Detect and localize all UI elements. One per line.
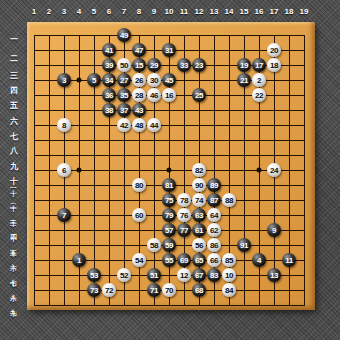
stone-white-28[interactable]: 28 — [132, 88, 146, 102]
stone-black-68[interactable]: 68 — [192, 283, 206, 297]
coord-top-15: 15 — [240, 7, 249, 16]
stone-white-42[interactable]: 42 — [117, 118, 131, 132]
stone-black-79[interactable]: 79 — [162, 208, 176, 222]
stone-black-43[interactable]: 43 — [132, 103, 146, 117]
coord-top-11: 11 — [180, 7, 188, 16]
coord-top-13: 13 — [210, 7, 219, 16]
stone-black-4[interactable]: 4 — [252, 253, 266, 267]
stone-white-62[interactable]: 62 — [207, 223, 221, 237]
stone-black-1[interactable]: 1 — [72, 253, 86, 267]
coord-top-8: 8 — [137, 7, 141, 16]
stone-black-45[interactable]: 45 — [162, 73, 176, 87]
stone-black-59[interactable]: 59 — [162, 238, 176, 252]
stone-black-57[interactable]: 57 — [162, 223, 176, 237]
stone-white-74[interactable]: 74 — [192, 193, 206, 207]
stone-black-25[interactable]: 25 — [192, 88, 206, 102]
coord-top-18: 18 — [285, 7, 294, 16]
stone-white-56[interactable]: 56 — [192, 238, 206, 252]
goban[interactable]: 4941473120395015293323191718353427263045… — [27, 22, 315, 310]
stone-black-17[interactable]: 17 — [252, 58, 266, 72]
stone-white-18[interactable]: 18 — [267, 58, 281, 72]
coord-top-10: 10 — [165, 7, 174, 16]
stone-white-64[interactable]: 64 — [207, 208, 221, 222]
stone-black-5[interactable]: 5 — [87, 73, 101, 87]
stone-black-19[interactable]: 19 — [237, 58, 251, 72]
stone-black-35[interactable]: 35 — [117, 88, 131, 102]
stone-white-2[interactable]: 2 — [252, 73, 266, 87]
stone-white-52[interactable]: 52 — [117, 268, 131, 282]
coord-top-19: 19 — [300, 7, 309, 16]
coord-top-12: 12 — [195, 7, 204, 16]
stone-white-6[interactable]: 6 — [57, 163, 71, 177]
stone-white-20[interactable]: 20 — [267, 43, 281, 57]
stone-white-10[interactable]: 10 — [222, 268, 236, 282]
stone-white-86[interactable]: 86 — [207, 238, 221, 252]
stone-black-47[interactable]: 47 — [132, 43, 146, 57]
stone-white-24[interactable]: 24 — [267, 163, 281, 177]
stone-black-71[interactable]: 71 — [147, 283, 161, 297]
stone-black-9[interactable]: 9 — [267, 223, 281, 237]
stone-black-38[interactable]: 38 — [102, 103, 116, 117]
stone-black-23[interactable]: 23 — [192, 58, 206, 72]
stone-black-83[interactable]: 83 — [207, 268, 221, 282]
hoshi-point — [257, 168, 262, 173]
stone-white-44[interactable]: 44 — [147, 118, 161, 132]
stone-white-78[interactable]: 78 — [177, 193, 191, 207]
stone-black-33[interactable]: 33 — [177, 58, 191, 72]
stone-black-65[interactable]: 65 — [192, 253, 206, 267]
stone-black-75[interactable]: 75 — [162, 193, 176, 207]
stone-black-21[interactable]: 21 — [237, 73, 251, 87]
coord-top-9: 9 — [152, 7, 156, 16]
stone-black-87[interactable]: 87 — [207, 193, 221, 207]
stone-black-31[interactable]: 31 — [162, 43, 176, 57]
stone-black-51[interactable]: 51 — [147, 268, 161, 282]
stone-black-11[interactable]: 11 — [282, 253, 296, 267]
stone-black-81[interactable]: 81 — [162, 178, 176, 192]
stone-black-29[interactable]: 29 — [147, 58, 161, 72]
stone-black-39[interactable]: 39 — [102, 58, 116, 72]
stone-black-13[interactable]: 13 — [267, 268, 281, 282]
stone-black-61[interactable]: 61 — [192, 223, 206, 237]
stone-black-49[interactable]: 49 — [117, 28, 131, 42]
stone-white-76[interactable]: 76 — [177, 208, 191, 222]
stone-black-34[interactable]: 34 — [102, 73, 116, 87]
stone-white-66[interactable]: 66 — [207, 253, 221, 267]
stone-black-7[interactable]: 7 — [57, 208, 71, 222]
stone-black-67[interactable]: 67 — [192, 268, 206, 282]
coord-top-5: 5 — [92, 7, 96, 16]
stone-white-48[interactable]: 48 — [132, 118, 146, 132]
stone-black-69[interactable]: 69 — [177, 253, 191, 267]
coord-top-7: 7 — [122, 7, 126, 16]
hoshi-point — [77, 168, 82, 173]
kifu-screen: 4941473120395015293323191718353427263045… — [0, 0, 340, 340]
stone-white-26[interactable]: 26 — [132, 73, 146, 87]
coord-top-17: 17 — [270, 7, 279, 16]
stone-white-54[interactable]: 54 — [132, 253, 146, 267]
stone-white-58[interactable]: 58 — [147, 238, 161, 252]
stone-white-82[interactable]: 82 — [192, 163, 206, 177]
stone-white-30[interactable]: 30 — [147, 73, 161, 87]
coord-top-2: 2 — [47, 7, 51, 16]
coord-top-4: 4 — [77, 7, 81, 16]
stone-black-77[interactable]: 77 — [177, 223, 191, 237]
stone-white-60[interactable]: 60 — [132, 208, 146, 222]
stone-white-70[interactable]: 70 — [162, 283, 176, 297]
stone-black-53[interactable]: 53 — [87, 268, 101, 282]
stone-white-22[interactable]: 22 — [252, 88, 266, 102]
stone-black-37[interactable]: 37 — [117, 103, 131, 117]
stone-black-91[interactable]: 91 — [237, 238, 251, 252]
stone-white-90[interactable]: 90 — [192, 178, 206, 192]
coord-top-14: 14 — [225, 7, 234, 16]
stone-black-3[interactable]: 3 — [57, 73, 71, 87]
stone-black-36[interactable]: 36 — [102, 88, 116, 102]
stone-black-27[interactable]: 27 — [117, 73, 131, 87]
stone-white-46[interactable]: 46 — [147, 88, 161, 102]
stone-white-50[interactable]: 50 — [117, 58, 131, 72]
stone-black-41[interactable]: 41 — [102, 43, 116, 57]
hoshi-point — [77, 78, 82, 83]
stone-white-84[interactable]: 84 — [222, 283, 236, 297]
stone-white-80[interactable]: 80 — [132, 178, 146, 192]
coord-top-3: 3 — [62, 7, 66, 16]
coord-top-1: 1 — [32, 7, 36, 16]
stone-black-89[interactable]: 89 — [207, 178, 221, 192]
coord-top-16: 16 — [255, 7, 264, 16]
stone-white-8[interactable]: 8 — [57, 118, 71, 132]
stone-white-85[interactable]: 85 — [222, 253, 236, 267]
stone-white-72[interactable]: 72 — [102, 283, 116, 297]
hoshi-point — [167, 168, 172, 173]
stone-white-12[interactable]: 12 — [177, 268, 191, 282]
stone-white-16[interactable]: 16 — [162, 88, 176, 102]
coord-top-6: 6 — [107, 7, 111, 16]
stone-black-73[interactable]: 73 — [87, 283, 101, 297]
stone-black-55[interactable]: 55 — [162, 253, 176, 267]
stone-white-88[interactable]: 88 — [222, 193, 236, 207]
stone-black-63[interactable]: 63 — [192, 208, 206, 222]
stone-black-15[interactable]: 15 — [132, 58, 146, 72]
